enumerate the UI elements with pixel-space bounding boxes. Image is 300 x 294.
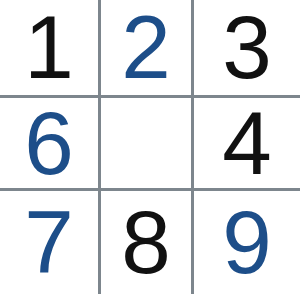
- sudoku-cell-r3c3[interactable]: 9: [194, 191, 300, 294]
- sudoku-cell-r2c3[interactable]: 4: [194, 98, 300, 188]
- sudoku-cell-r2c2[interactable]: [101, 98, 191, 188]
- sudoku-cell-r1c3[interactable]: 3: [194, 0, 300, 95]
- sudoku-cell-r3c2[interactable]: 8: [101, 191, 191, 294]
- sudoku-cell-r2c1[interactable]: 6: [0, 98, 98, 188]
- sudoku-cell-r3c1[interactable]: 7: [0, 191, 98, 294]
- sudoku-board: 1 2 3 6 4 7 8 9: [0, 0, 300, 294]
- sudoku-cell-r1c2[interactable]: 2: [101, 0, 191, 95]
- sudoku-cell-r1c1[interactable]: 1: [0, 0, 98, 95]
